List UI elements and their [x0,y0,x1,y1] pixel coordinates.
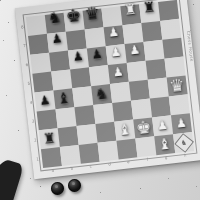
square-c3[interactable] [74,105,95,126]
chess-board[interactable]: ♞♚♛♜♜♟♟♟♟♟♟♟♟♝♞♛♜♝♚♟♟♝♞ abcdefgh 8765432… [15,0,200,179]
piece-black-king-c8[interactable]: ♚ [63,6,84,27]
piece-white-pawn-f6[interactable]: ♟ [124,40,145,61]
square-a3[interactable] [37,109,58,130]
square-d2[interactable] [95,122,116,143]
square-b5[interactable] [51,69,72,90]
file-label-g: g [161,155,171,161]
square-h6[interactable] [162,38,183,59]
rank-label-7: 7 [22,41,28,51]
piece-white-rook-f8[interactable]: ♜ [120,0,141,20]
square-a8[interactable] [26,15,47,36]
square-g4[interactable] [148,78,169,99]
square-d3[interactable] [93,103,114,124]
square-e3[interactable] [112,101,133,122]
file-label-e: e [123,159,133,165]
square-b2[interactable] [58,126,79,147]
file-label-h: h [180,153,190,159]
captured-black-pawn-1[interactable] [51,182,64,195]
square-h7[interactable] [160,19,181,40]
rank-label-6: 6 [24,60,30,70]
rank-label-8: 8 [20,22,26,32]
file-label-a: a [48,168,58,174]
piece-white-bishop-e2[interactable]: ♝ [114,120,135,141]
square-b3[interactable] [56,107,77,128]
dark-object-corner [0,157,24,200]
rank-label-3: 3 [30,116,36,126]
piece-white-pawn-g2[interactable]: ♟ [152,115,173,136]
piece-black-knight-d4[interactable]: ♞ [91,84,112,105]
square-d5[interactable] [89,65,110,86]
square-c4[interactable] [72,86,93,107]
rank-label-5: 5 [26,79,32,89]
piece-black-knight-b8[interactable]: ♞ [44,8,65,29]
piece-white-pawn-e5[interactable]: ♟ [108,62,129,83]
file-label-d: d [105,161,115,167]
rank-label-1: 1 [35,154,41,164]
piece-white-pawn-h2[interactable]: ♟ [171,113,192,134]
square-a7[interactable] [28,34,49,55]
photo-background: ♞♚♛♜♜♟♟♟♟♟♟♟♟♝♞♛♜♝♚♟♟♝♞ abcdefgh 8765432… [0,0,200,200]
captured-black-pawn-2[interactable] [68,179,81,192]
piece-black-pawn-d6[interactable]: ♟ [87,44,108,65]
file-label-f: f [142,157,152,163]
square-b6[interactable] [49,51,70,72]
table-speckles [0,0,1,1]
file-label-c: c [86,163,96,169]
piece-black-pawn-b7[interactable]: ♟ [47,29,68,50]
piece-white-queen-h4[interactable]: ♛ [167,75,188,96]
square-a5[interactable] [32,72,53,93]
piece-black-pawn-c6[interactable]: ♟ [68,46,89,67]
square-e4[interactable] [110,82,131,103]
rank-label-4: 4 [28,98,34,108]
piece-white-pawn-e7[interactable]: ♟ [103,22,124,43]
square-g5[interactable] [146,59,167,80]
brand-text: Chess House [186,31,194,63]
piece-black-bishop-b4[interactable]: ♝ [53,88,74,109]
piece-black-queen-d8[interactable]: ♛ [82,4,103,25]
square-h8[interactable] [158,0,179,21]
file-label-b: b [67,166,77,172]
square-f5[interactable] [127,61,148,82]
piece-white-pawn-e6[interactable]: ♟ [105,42,126,63]
square-h3[interactable] [169,94,190,115]
square-c2[interactable] [77,124,98,145]
square-g6[interactable] [143,40,164,61]
square-a6[interactable] [30,53,51,74]
square-g7[interactable] [141,21,162,42]
square-c5[interactable] [70,67,91,88]
piece-black-pawn-a4[interactable]: ♟ [34,90,55,111]
piece-black-rook-g8[interactable]: ♜ [139,0,160,18]
square-g3[interactable] [150,96,171,117]
piece-black-rook-a2[interactable]: ♜ [39,128,60,149]
rank-label-2: 2 [33,135,39,145]
square-f4[interactable] [129,80,150,101]
piece-white-king-f2[interactable]: ♚ [133,117,154,138]
